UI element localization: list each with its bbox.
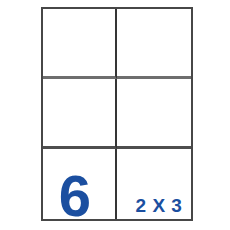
sheet-cell-r3c2: 2 X 3 bbox=[117, 149, 191, 219]
sheet-cell-r3c1: 6 bbox=[43, 149, 117, 219]
label-sheet-diagram: 6 2 X 3 bbox=[0, 0, 230, 230]
label-sheet: 6 2 X 3 bbox=[41, 7, 193, 221]
sheet-cell-r1c1 bbox=[43, 9, 117, 79]
sheet-cell-r2c1 bbox=[43, 79, 117, 149]
label-count-number: 6 bbox=[39, 167, 111, 225]
label-layout-text: 2 X 3 bbox=[122, 196, 196, 215]
sheet-cell-r1c2 bbox=[117, 9, 191, 79]
sheet-cell-r2c2 bbox=[117, 79, 191, 149]
